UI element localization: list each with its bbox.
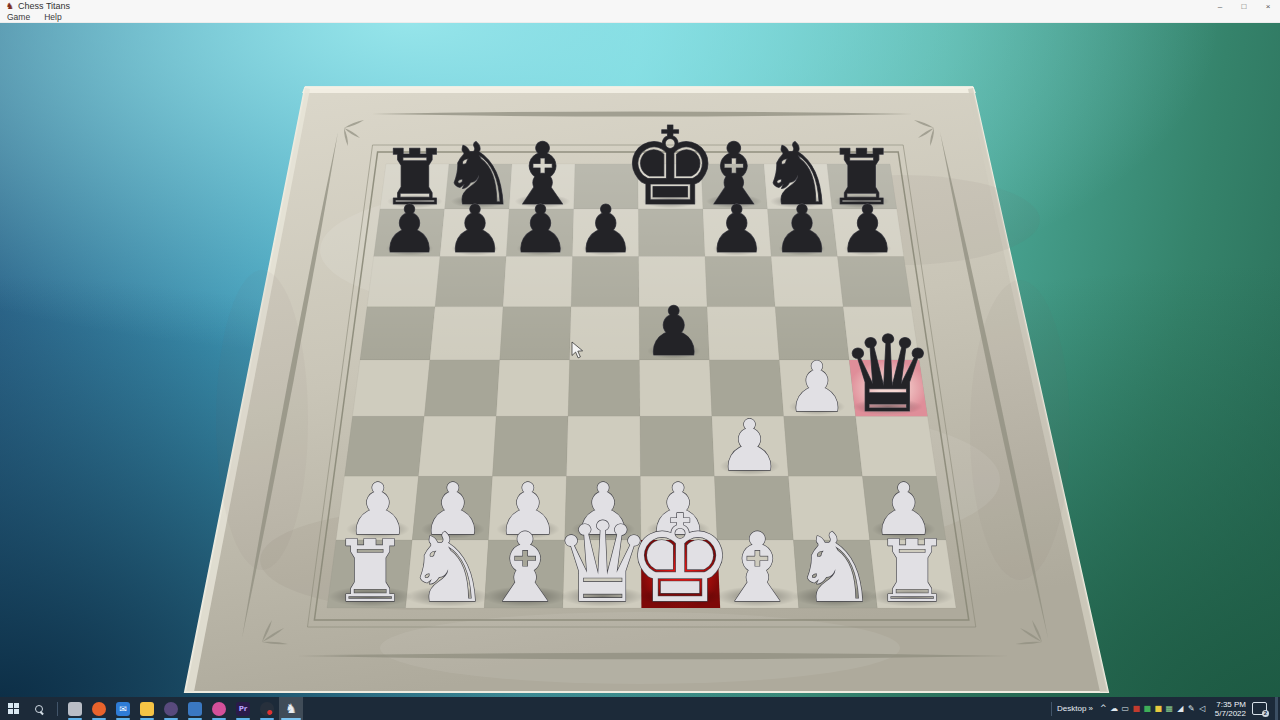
windows-logo-icon [8,703,19,714]
piece-black-pawn[interactable]: ♟ [511,191,570,268]
taskbar-app-mail[interactable]: ✉ [111,697,135,720]
system-tray: ^☁▭■■■▦◢✎◁ [1098,704,1208,713]
piece-white-knight[interactable]: ♞ [792,512,878,624]
taskbar-app-chess-titans[interactable]: ♞ [279,697,303,720]
piece-black-pawn[interactable]: ♟ [643,292,704,371]
tray-display-icon[interactable]: ▭ [1120,704,1131,713]
search-icon [34,704,44,714]
marble-texture [970,280,1070,580]
menu-bar: Game Help [0,12,1280,23]
search-button[interactable] [26,697,52,720]
game-area: ♜♞♝♚♝♞♜♟♟♟♟♟♟♟♟♛♟♟♟♟♟♟♟♟♜♞♝♛♚♝♞♜ [0,22,1280,697]
chess-titans-icon: ♞ [284,702,298,716]
taskbar-app-premiere-pro[interactable]: Pr [231,697,255,720]
tray-network-icon[interactable]: ◢ [1175,704,1186,713]
tray-tray-green-icon[interactable]: ■ [1142,704,1153,713]
piece-black-pawn[interactable]: ♟ [707,191,766,268]
piece-white-bishop[interactable]: ♝ [715,512,801,624]
menu-game[interactable]: Game [0,12,37,22]
taskbar-divider [57,702,58,716]
piece-white-pawn[interactable]: ♟ [786,347,848,427]
piece-white-pawn[interactable]: ♟ [718,405,781,487]
app-knight-icon: ♞ [6,1,14,11]
toolbar-overflow-icon[interactable]: » [1088,704,1092,713]
desktop-toolbar[interactable]: Desktop » [1057,704,1093,713]
show-desktop-strip[interactable] [1275,697,1278,720]
tray-sticky-notes-icon[interactable]: ■ [1153,704,1164,713]
square-c5[interactable] [500,307,571,360]
square-f5[interactable] [707,307,779,360]
color-app-icon [212,702,226,716]
tray-pen-icon[interactable]: ✎ [1186,704,1197,713]
square-a5[interactable] [360,307,435,360]
piece-white-rook[interactable]: ♜ [874,522,951,621]
github-desktop-icon [164,702,178,716]
tray-volume-icon[interactable]: ◁ [1197,704,1208,713]
menu-help[interactable]: Help [37,12,68,22]
clock-date: 5/7/2022 [1215,709,1246,718]
notification-badge: 2 [1262,710,1269,717]
square-d5[interactable] [570,307,640,360]
taskbar-app-photos[interactable] [63,697,87,720]
taskbar-apps: ✉Pr♞ [63,697,303,720]
piece-black-pawn[interactable]: ♟ [773,191,832,268]
screen: { "window": { "title": "Chess Titans", "… [0,0,1280,720]
piece-black-pawn[interactable]: ♟ [838,191,897,268]
title-bar: ♞ Chess Titans – □ × [0,0,1280,12]
piece-black-pawn[interactable]: ♟ [445,191,504,268]
chess-board-scene: ♜♞♝♚♝♞♜♟♟♟♟♟♟♟♟♛♟♟♟♟♟♟♟♟♜♞♝♛♚♝♞♜ [0,22,1280,697]
firefox-icon [92,702,106,716]
maximize-button[interactable]: □ [1232,2,1256,11]
file-explorer-icon [140,702,154,716]
square-b4[interactable] [424,360,499,416]
taskbar-app-github-desktop[interactable] [159,697,183,720]
mail-icon: ✉ [116,702,130,716]
square-d4[interactable] [568,360,640,416]
dark-sphere-app-icon [260,702,274,716]
taskbar-app-firefox[interactable] [87,697,111,720]
tray-chart-icon[interactable]: ▦ [1164,704,1175,713]
square-c4[interactable] [496,360,569,416]
piece-white-rook[interactable]: ♜ [332,522,409,621]
piece-black-pawn[interactable]: ♟ [576,191,635,268]
clock-time: 7:35 PM [1215,700,1246,709]
tray-tray-red-icon[interactable]: ■ [1131,704,1142,713]
premiere-pro-icon: Pr [236,702,250,716]
taskbar: ✉Pr♞ Desktop » ^☁▭■■■▦◢✎◁ 7:35 PM 5/7/20… [0,697,1280,720]
piece-black-queen[interactable]: ♛ [841,313,936,436]
taskbar-app-file-explorer[interactable] [135,697,159,720]
taskbar-app-calculator[interactable] [183,697,207,720]
photos-icon [68,702,82,716]
tray-hidden-icons-icon[interactable]: ^ [1098,704,1109,713]
start-button[interactable] [0,697,26,720]
table-top-rim [302,86,976,93]
taskbar-clock[interactable]: 7:35 PM 5/7/2022 [1215,700,1246,718]
window-title: Chess Titans [18,1,70,11]
square-a4[interactable] [352,360,429,416]
taskbar-app-color-app[interactable] [207,697,231,720]
piece-black-pawn[interactable]: ♟ [380,191,439,268]
desktop-toolbar-label: Desktop [1057,704,1086,713]
action-center-icon[interactable]: 2 [1252,702,1267,715]
tray-onedrive-icon[interactable]: ☁ [1109,704,1120,713]
taskbar-app-dark-sphere-app[interactable] [255,697,279,720]
square-b5[interactable] [430,307,503,360]
calculator-icon [188,702,202,716]
tray-divider [1051,702,1052,716]
piece-white-knight[interactable]: ♞ [405,512,491,624]
close-button[interactable]: × [1256,2,1280,11]
minimize-button[interactable]: – [1208,2,1232,11]
